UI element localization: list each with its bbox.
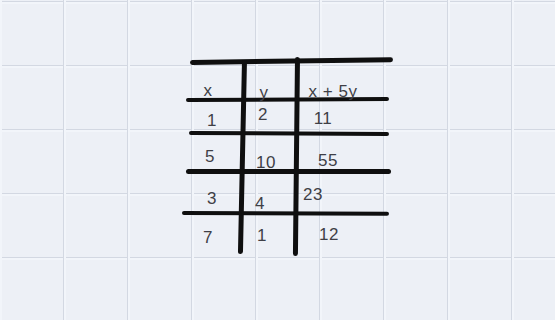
header-underline-stroke bbox=[186, 97, 389, 102]
row-divider-3-stroke bbox=[182, 211, 389, 216]
cell-r2-result: 55 bbox=[318, 152, 338, 169]
column-divider-1-stroke bbox=[238, 60, 247, 254]
whiteboard-canvas[interactable]: x y x + 5y 1 2 11 5 10 55 3 4 23 7 1 12 bbox=[0, 0, 555, 320]
cell-r4-x: 7 bbox=[203, 229, 213, 246]
header-cell-y: y bbox=[260, 84, 269, 101]
cell-r2-y: 10 bbox=[256, 154, 276, 171]
row-divider-2-stroke bbox=[186, 169, 391, 174]
cell-r3-y: 4 bbox=[255, 195, 265, 212]
header-cell-x-plus-5y: x + 5y bbox=[309, 83, 358, 100]
table-top-border-stroke bbox=[190, 57, 393, 65]
cell-r4-y: 1 bbox=[257, 227, 267, 244]
cell-r3-x: 3 bbox=[207, 190, 217, 207]
cell-r2-x: 5 bbox=[205, 148, 215, 165]
cell-r4-result: 12 bbox=[319, 226, 339, 243]
row-divider-1-stroke bbox=[189, 131, 389, 136]
cell-r1-y: 2 bbox=[258, 106, 268, 123]
cell-r3-result: 23 bbox=[303, 186, 323, 203]
column-divider-2-stroke bbox=[293, 57, 300, 256]
cell-r1-result: 11 bbox=[314, 110, 333, 127]
cell-r1-x: 1 bbox=[207, 112, 217, 129]
header-cell-x: x bbox=[204, 82, 213, 99]
